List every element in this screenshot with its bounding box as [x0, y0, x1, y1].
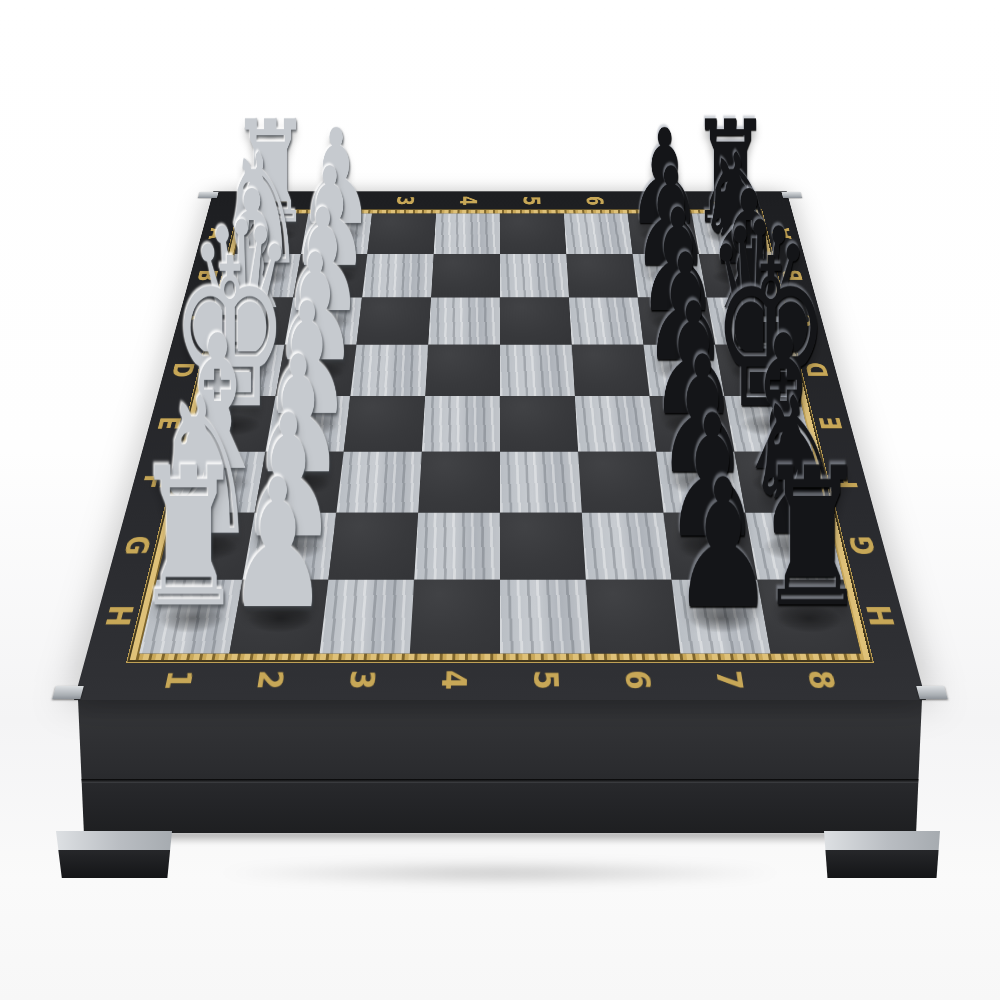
foot-block-right — [824, 850, 940, 878]
square-h8: ♜ — [757, 580, 860, 654]
square-a5 — [500, 214, 566, 254]
square-h4 — [410, 580, 500, 654]
square-d5 — [500, 345, 575, 396]
board-grid: ♜♟♟♜♞♟♟♞♝♟♟♝♛♟♟♛♚♟♟♚♝♟♟♝♞♟♟♞♜♟♟♜ — [139, 214, 861, 654]
square-e6 — [575, 396, 656, 452]
square-d4 — [425, 345, 500, 396]
square-h3 — [320, 580, 415, 654]
board-foot-left — [56, 831, 172, 878]
square-b4 — [431, 254, 500, 298]
square-f6 — [578, 452, 663, 513]
square-b6 — [566, 254, 638, 298]
square-e5 — [500, 396, 578, 452]
square-e3 — [344, 396, 425, 452]
square-f5 — [500, 452, 582, 513]
foot-pad-right — [824, 831, 940, 850]
square-d3 — [350, 345, 428, 396]
square-c4 — [428, 298, 500, 345]
gold-braid-frame: ♜♟♟♜♞♟♟♞♝♟♟♝♛♟♟♛♚♟♟♚♝♟♟♝♞♟♟♞♜♟♟♜ — [130, 210, 871, 660]
ground-shadow — [120, 858, 880, 888]
square-c6 — [569, 298, 644, 345]
foot-block-left — [56, 850, 172, 878]
square-h7: ♟ — [672, 580, 771, 654]
square-b5 — [500, 254, 569, 298]
square-g6 — [582, 513, 672, 580]
square-a6 — [564, 214, 633, 254]
square-g3 — [328, 513, 418, 580]
square-c5 — [500, 298, 572, 345]
square-a3 — [367, 214, 436, 254]
square-h5 — [500, 580, 590, 654]
square-f4 — [418, 452, 500, 513]
square-c3 — [356, 298, 431, 345]
chess-set-photo: 12345678 12345678 ABCDEFGH ABCDEFGH ♜♟♟♜… — [0, 0, 1000, 1000]
board-top: 12345678 12345678 ABCDEFGH ABCDEFGH ♜♟♟♜… — [74, 191, 926, 700]
corner-tab-bottom-left — [52, 686, 84, 699]
board-box-front-face — [78, 699, 922, 833]
foot-pad-left — [56, 831, 172, 850]
square-e4 — [422, 396, 500, 452]
square-d6 — [572, 345, 650, 396]
box-underside-shadow — [95, 832, 910, 844]
square-b3 — [362, 254, 434, 298]
square-a4 — [434, 214, 500, 254]
square-f3 — [336, 452, 421, 513]
box-lid-seam — [78, 779, 922, 783]
square-h2: ♟ — [229, 580, 328, 654]
board-tilt: 12345678 12345678 ABCDEFGH ABCDEFGH ♜♟♟♜… — [74, 191, 926, 700]
black-rook-h8: ♜ — [757, 442, 867, 633]
square-h6 — [586, 580, 681, 654]
rank-labels-bottom: 12345678 — [128, 660, 872, 700]
board-foot-right — [824, 831, 940, 878]
square-g4 — [414, 513, 500, 580]
white-pawn-h2: ♟ — [226, 456, 328, 634]
corner-tab-bottom-right — [916, 686, 948, 699]
square-g5 — [500, 513, 586, 580]
